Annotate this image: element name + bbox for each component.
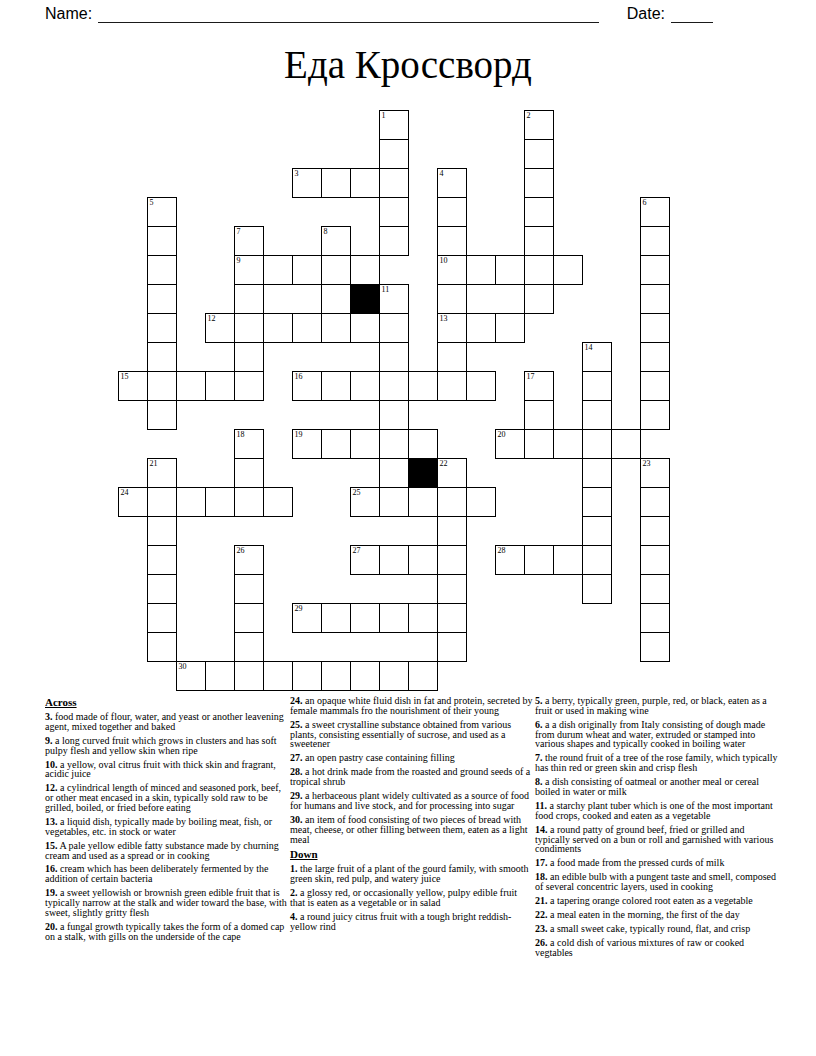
grid-cell-r12-c1[interactable]: 21 [147, 458, 177, 488]
grid-cell-r9-c6[interactable]: 16 [292, 371, 322, 401]
grid-cell-r8-c9[interactable] [379, 342, 409, 372]
grid-cell-r19-c5[interactable] [263, 661, 293, 691]
clue-number-8: 8 [324, 227, 328, 236]
grid-cell-r15-c16[interactable] [582, 545, 612, 575]
clue-number-22: 22 [440, 459, 448, 468]
grid-cell-r9-c7[interactable] [321, 371, 351, 401]
grid-cell-r11-c17[interactable] [611, 429, 641, 459]
grid-cell-r7-c8[interactable] [350, 313, 380, 343]
crossword-grid: 1234567891011121314151617181920212223242… [118, 110, 672, 693]
clue-number-21: 21 [150, 459, 158, 468]
clue-column-3: 5. a berry, typically green, purple, red… [535, 696, 778, 962]
clue-across-12: 12. a cylindrical length of minced and s… [45, 783, 288, 812]
grid-cell-r12-c4[interactable] [234, 458, 264, 488]
grid-cell-r9-c12[interactable] [466, 371, 496, 401]
grid-cell-r13-c11[interactable] [437, 487, 467, 517]
grid-cell-r2-c7[interactable] [321, 168, 351, 198]
clue-item-number: 14. [535, 824, 548, 835]
clue-item-number: 30. [290, 814, 303, 825]
clue-number-6: 6 [643, 198, 647, 207]
grid-cell-r8-c16[interactable]: 14 [582, 342, 612, 372]
grid-cell-r1-c14[interactable] [524, 139, 554, 169]
clue-item-number: 18. [535, 871, 548, 882]
clue-item-number: 13. [45, 816, 58, 827]
grid-cell-r19-c6[interactable] [292, 661, 322, 691]
date-blank-line[interactable] [671, 6, 713, 23]
clue-number-10: 10 [440, 256, 448, 265]
clue-item-number: 6. [535, 719, 543, 730]
grid-cell-r3-c11[interactable] [437, 197, 467, 227]
grid-cell-r15-c1[interactable] [147, 545, 177, 575]
clue-down-23: 23. a small sweet cake, typically round,… [535, 924, 778, 934]
grid-cell-r5-c7[interactable] [321, 255, 351, 285]
grid-cell-r5-c4[interactable]: 9 [234, 255, 264, 285]
grid-cell-r17-c10[interactable] [408, 603, 438, 633]
clue-across-28: 28. a hot drink made from the roasted an… [290, 767, 533, 787]
grid-cell-r3-c18[interactable]: 6 [640, 197, 670, 227]
grid-cell-r13-c12[interactable] [466, 487, 496, 517]
grid-cell-r6-c4[interactable] [234, 284, 264, 314]
clue-number-29: 29 [295, 604, 303, 613]
grid-cell-r13-c4[interactable] [234, 487, 264, 517]
grid-cell-r9-c8[interactable] [350, 371, 380, 401]
grid-cell-r15-c11[interactable] [437, 545, 467, 575]
grid-cell-r15-c14[interactable] [524, 545, 554, 575]
grid-cell-r8-c1[interactable] [147, 342, 177, 372]
name-label: Name: [45, 4, 98, 23]
grid-cell-r11-c8[interactable] [350, 429, 380, 459]
clue-down-22: 22. a meal eaten in the morning, the fir… [535, 910, 778, 920]
grid-cell-r18-c11[interactable] [437, 632, 467, 662]
grid-cell-r13-c5[interactable] [263, 487, 293, 517]
grid-cell-r9-c4[interactable] [234, 371, 264, 401]
grid-cell-r9-c2[interactable] [176, 371, 206, 401]
clue-item-number: 21. [535, 895, 548, 906]
grid-cell-r6-c11[interactable] [437, 284, 467, 314]
clue-item-number: 17. [535, 857, 548, 868]
grid-cell-r16-c16[interactable] [582, 574, 612, 604]
clue-item-number: 11. [535, 800, 547, 811]
grid-cell-r14-c16[interactable] [582, 516, 612, 546]
black-cell-r12-c10 [408, 458, 438, 488]
grid-cell-r10-c16[interactable] [582, 400, 612, 430]
clue-item-number: 2. [290, 887, 298, 898]
clue-down-4: 4. a round juicy citrus fruit with a tou… [290, 912, 533, 932]
clue-across-16: 16. cream which has been deliberately fe… [45, 864, 288, 884]
grid-cell-r11-c6[interactable]: 19 [292, 429, 322, 459]
grid-cell-r9-c9[interactable] [379, 371, 409, 401]
clue-number-18: 18 [237, 430, 245, 439]
grid-cell-r15-c10[interactable] [408, 545, 438, 575]
grid-cell-r7-c11[interactable]: 13 [437, 313, 467, 343]
grid-cell-r6-c18[interactable] [640, 284, 670, 314]
grid-cell-r11-c10[interactable] [408, 429, 438, 459]
clue-item-number: 24. [290, 695, 303, 706]
grid-cell-r16-c4[interactable] [234, 574, 264, 604]
clue-item-number: 28. [290, 766, 303, 777]
grid-cell-r6-c7[interactable] [321, 284, 351, 314]
clue-item-number: 8. [535, 776, 543, 787]
grid-cell-r6-c14[interactable] [524, 284, 554, 314]
clue-across-19: 19. a sweet yellowish or brownish green … [45, 888, 288, 917]
grid-cell-r8-c18[interactable] [640, 342, 670, 372]
clue-item-number: 3. [45, 711, 53, 722]
grid-cell-r19-c9[interactable] [379, 661, 409, 691]
grid-cell-r17-c18[interactable] [640, 603, 670, 633]
grid-cell-r0-c14[interactable]: 2 [524, 110, 554, 140]
clue-number-30: 30 [179, 662, 187, 671]
grid-cell-r11-c7[interactable] [321, 429, 351, 459]
grid-cell-r15-c18[interactable] [640, 545, 670, 575]
clue-down-1: 1. the large fruit of a plant of the gou… [290, 864, 533, 884]
clue-number-24: 24 [121, 488, 129, 497]
clue-down-8: 8. a dish consisting of oatmeal or anoth… [535, 777, 778, 797]
clue-number-1: 1 [382, 111, 386, 120]
grid-cell-r7-c13[interactable] [495, 313, 525, 343]
grid-cell-r17-c7[interactable] [321, 603, 351, 633]
clue-number-14: 14 [585, 343, 593, 352]
grid-cell-r4-c14[interactable] [524, 226, 554, 256]
grid-cell-r9-c14[interactable]: 17 [524, 371, 554, 401]
grid-cell-r15-c8[interactable]: 27 [350, 545, 380, 575]
clue-down-17: 17. a food made from the pressed curds o… [535, 858, 778, 868]
clue-number-4: 4 [440, 169, 444, 178]
grid-cell-r12-c16[interactable] [582, 458, 612, 488]
grid-cell-r5-c15[interactable] [553, 255, 583, 285]
grid-cell-r9-c16[interactable] [582, 371, 612, 401]
grid-cell-r14-c18[interactable] [640, 516, 670, 546]
grid-cell-r13-c9[interactable] [379, 487, 409, 517]
grid-cell-r7-c12[interactable] [466, 313, 496, 343]
grid-cell-r5-c12[interactable] [466, 255, 496, 285]
grid-cell-r7-c7[interactable] [321, 313, 351, 343]
clue-item-number: 9. [45, 735, 53, 746]
grid-cell-r13-c1[interactable] [147, 487, 177, 517]
across-heading: Across [45, 696, 288, 708]
clue-down-6: 6. a a dish originally from Italy consis… [535, 720, 778, 749]
grid-cell-r14-c1[interactable] [147, 516, 177, 546]
clue-item-number: 23. [535, 923, 548, 934]
grid-cell-r4-c1[interactable] [147, 226, 177, 256]
grid-cell-r5-c14[interactable] [524, 255, 554, 285]
grid-cell-r7-c5[interactable] [263, 313, 293, 343]
clue-across-13: 13. a liquid dish, typically made by boi… [45, 817, 288, 837]
grid-cell-r16-c11[interactable] [437, 574, 467, 604]
grid-cell-r11-c15[interactable] [553, 429, 583, 459]
grid-cell-r15-c15[interactable] [553, 545, 583, 575]
grid-cell-r12-c11[interactable]: 22 [437, 458, 467, 488]
down-heading: Down [290, 848, 533, 860]
clue-number-11: 11 [382, 285, 390, 294]
grid-cell-r11-c16[interactable] [582, 429, 612, 459]
clue-number-28: 28 [498, 546, 506, 555]
grid-cell-r13-c3[interactable] [205, 487, 235, 517]
grid-cell-r16-c18[interactable] [640, 574, 670, 604]
clue-item-number: 27. [290, 752, 303, 763]
grid-cell-r5-c13[interactable] [495, 255, 525, 285]
grid-cell-r17-c4[interactable] [234, 603, 264, 633]
grid-cell-r15-c9[interactable] [379, 545, 409, 575]
clue-number-17: 17 [527, 372, 535, 381]
grid-cell-r15-c4[interactable]: 26 [234, 545, 264, 575]
grid-cell-r2-c8[interactable] [350, 168, 380, 198]
clue-number-26: 26 [237, 546, 245, 555]
clue-across-29: 29. a herbaceous plant widely cultivated… [290, 791, 533, 811]
date-label: Date: [627, 4, 671, 23]
grid-cell-r17-c6[interactable]: 29 [292, 603, 322, 633]
clue-number-12: 12 [208, 314, 216, 323]
clue-item-number: 25. [290, 719, 303, 730]
grid-cell-r5-c8[interactable] [350, 255, 380, 285]
grid-cell-r8-c4[interactable] [234, 342, 264, 372]
grid-cell-r2-c11[interactable]: 4 [437, 168, 467, 198]
grid-cell-r13-c18[interactable] [640, 487, 670, 517]
grid-cell-r9-c18[interactable] [640, 371, 670, 401]
clue-across-30: 30. an item of food consisting of two pi… [290, 815, 533, 844]
clue-column-1: Across3. food made of flour, water, and … [45, 696, 288, 962]
grid-cell-r19-c4[interactable] [234, 661, 264, 691]
grid-cell-r10-c1[interactable] [147, 400, 177, 430]
grid-cell-r3-c9[interactable] [379, 197, 409, 227]
grid-cell-r5-c5[interactable] [263, 255, 293, 285]
clue-number-5: 5 [150, 198, 154, 207]
clue-item-number: 19. [45, 887, 58, 898]
grid-cell-r9-c11[interactable] [437, 371, 467, 401]
clue-number-20: 20 [498, 430, 506, 439]
grid-cell-r9-c3[interactable] [205, 371, 235, 401]
grid-cell-r5-c1[interactable] [147, 255, 177, 285]
grid-cell-r11-c13[interactable]: 20 [495, 429, 525, 459]
grid-cell-r4-c18[interactable] [640, 226, 670, 256]
grid-cell-r11-c9[interactable] [379, 429, 409, 459]
clue-item-number: 29. [290, 790, 303, 801]
grid-cell-r9-c10[interactable] [408, 371, 438, 401]
grid-cell-r12-c18[interactable]: 23 [640, 458, 670, 488]
clue-down-21: 21. a tapering orange colored root eaten… [535, 896, 778, 906]
grid-cell-r4-c9[interactable] [379, 226, 409, 256]
clue-number-25: 25 [353, 488, 361, 497]
grid-cell-r3-c1[interactable]: 5 [147, 197, 177, 227]
grid-cell-r7-c9[interactable] [379, 313, 409, 343]
clue-across-20: 20. a fungal growth typically takes the … [45, 922, 288, 942]
grid-cell-r19-c8[interactable] [350, 661, 380, 691]
clues-section: Across3. food made of flour, water, and … [45, 696, 780, 962]
grid-cell-r13-c2[interactable] [176, 487, 206, 517]
grid-cell-r18-c4[interactable] [234, 632, 264, 662]
grid-cell-r0-c9[interactable]: 1 [379, 110, 409, 140]
grid-cell-r3-c14[interactable] [524, 197, 554, 227]
clue-number-19: 19 [295, 430, 303, 439]
grid-cell-r18-c18[interactable] [640, 632, 670, 662]
name-blank-line[interactable] [98, 6, 599, 23]
clue-number-2: 2 [527, 111, 531, 120]
clue-across-27: 27. an open pastry case containing filli… [290, 753, 533, 763]
grid-cell-r2-c14[interactable] [524, 168, 554, 198]
clue-across-24: 24. an opaque white fluid dish in fat an… [290, 696, 533, 716]
clue-number-9: 9 [237, 256, 241, 265]
grid-cell-r16-c1[interactable] [147, 574, 177, 604]
grid-cell-r17-c8[interactable] [350, 603, 380, 633]
grid-cell-r11-c4[interactable]: 18 [234, 429, 264, 459]
clue-across-9: 9. a long curved fruit which grows in cl… [45, 736, 288, 756]
clue-across-3: 3. food made of flour, water, and yeast … [45, 712, 288, 732]
grid-cell-r10-c14[interactable] [524, 400, 554, 430]
clue-number-7: 7 [237, 227, 241, 236]
grid-cell-r15-c13[interactable]: 28 [495, 545, 525, 575]
clue-down-11: 11. a starchy plant tuber which is one o… [535, 801, 778, 821]
black-cell-r6-c8 [350, 284, 380, 314]
grid-cell-r12-c9[interactable] [379, 458, 409, 488]
grid-cell-r11-c14[interactable] [524, 429, 554, 459]
grid-cell-r7-c18[interactable] [640, 313, 670, 343]
clue-item-number: 15. [45, 840, 58, 851]
grid-cell-r19-c2[interactable]: 30 [176, 661, 206, 691]
clue-down-18: 18. an edible bulb with a pungent taste … [535, 872, 778, 892]
grid-cell-r13-c8[interactable]: 25 [350, 487, 380, 517]
grid-cell-r17-c1[interactable] [147, 603, 177, 633]
page-title: Еда Кроссворд [0, 42, 816, 87]
grid-cell-r10-c18[interactable] [640, 400, 670, 430]
grid-cell-r13-c10[interactable] [408, 487, 438, 517]
grid-cell-r5-c6[interactable] [292, 255, 322, 285]
grid-cell-r9-c0[interactable]: 15 [118, 371, 148, 401]
clue-item-number: 4. [290, 911, 298, 922]
grid-cell-r10-c9[interactable] [379, 400, 409, 430]
grid-cell-r17-c9[interactable] [379, 603, 409, 633]
clue-number-27: 27 [353, 546, 361, 555]
grid-cell-r9-c1[interactable] [147, 371, 177, 401]
grid-cell-r7-c1[interactable] [147, 313, 177, 343]
grid-cell-r18-c1[interactable] [147, 632, 177, 662]
grid-cell-r2-c6[interactable]: 3 [292, 168, 322, 198]
clue-item-number: 12. [45, 782, 58, 793]
clue-down-7: 7. the round fruit of a tree of the rose… [535, 753, 778, 773]
clue-across-25: 25. a sweet crystalline substance obtain… [290, 720, 533, 749]
clue-item-number: 5. [535, 695, 543, 706]
grid-cell-r19-c3[interactable] [205, 661, 235, 691]
clue-item-number: 22. [535, 909, 548, 920]
clue-item-number: 1. [290, 863, 298, 874]
clue-across-10: 10. a yellow, oval citrus fruit with thi… [45, 760, 288, 780]
clue-number-13: 13 [440, 314, 448, 323]
grid-cell-r13-c16[interactable] [582, 487, 612, 517]
clue-item-number: 7. [535, 752, 543, 763]
grid-cell-r1-c9[interactable] [379, 139, 409, 169]
clue-number-16: 16 [295, 372, 303, 381]
grid-cell-r7-c6[interactable] [292, 313, 322, 343]
clue-item-number: 10. [45, 759, 58, 770]
clue-item-number: 16. [45, 863, 58, 874]
grid-cell-r7-c3[interactable]: 12 [205, 313, 235, 343]
grid-cell-r6-c1[interactable] [147, 284, 177, 314]
clue-down-2: 2. a glossy red, or occasionally yellow,… [290, 888, 533, 908]
clue-item-number: 26. [535, 937, 548, 948]
grid-cell-r5-c11[interactable]: 10 [437, 255, 467, 285]
grid-cell-r6-c9[interactable]: 11 [379, 284, 409, 314]
grid-cell-r4-c4[interactable]: 7 [234, 226, 264, 256]
grid-cell-r7-c4[interactable] [234, 313, 264, 343]
page-header: Name: Date: [45, 4, 713, 23]
clue-column-2: 24. an opaque white fluid dish in fat an… [290, 696, 533, 962]
clue-across-15: 15. A pale yellow edible fatty substance… [45, 841, 288, 861]
grid-cell-r5-c18[interactable] [640, 255, 670, 285]
clue-item-number: 20. [45, 921, 58, 932]
clue-number-3: 3 [295, 169, 299, 178]
grid-cell-r19-c10[interactable] [408, 661, 438, 691]
clue-down-26: 26. a cold dish of various mixtures of r… [535, 938, 778, 958]
grid-cell-r13-c0[interactable]: 24 [118, 487, 148, 517]
clue-down-5: 5. a berry, typically green, purple, red… [535, 696, 778, 716]
clue-down-14: 14. a round patty of ground beef, fried … [535, 825, 778, 854]
grid-cell-r4-c7[interactable]: 8 [321, 226, 351, 256]
grid-cell-r8-c11[interactable] [437, 342, 467, 372]
grid-cell-r4-c11[interactable] [437, 226, 467, 256]
grid-cell-r19-c7[interactable] [321, 661, 351, 691]
grid-cell-r2-c9[interactable] [379, 168, 409, 198]
grid-cell-r17-c11[interactable] [437, 603, 467, 633]
clue-number-15: 15 [121, 372, 129, 381]
grid-cell-r14-c11[interactable] [437, 516, 467, 546]
clue-number-23: 23 [643, 459, 651, 468]
